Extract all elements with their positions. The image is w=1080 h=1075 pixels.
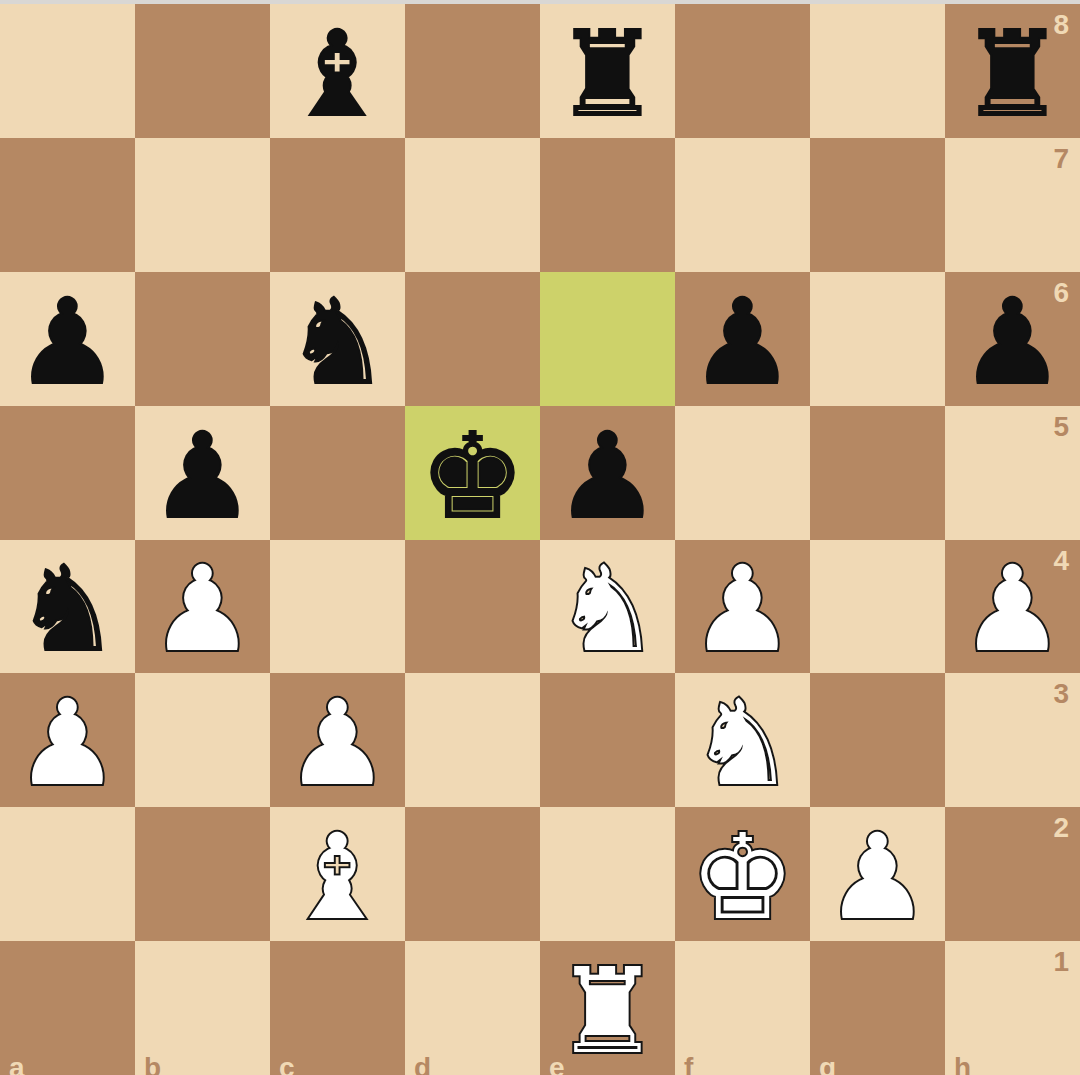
square-h5[interactable]: 5 [945,406,1080,540]
rank-label-1: 1 [1053,948,1069,976]
square-c8[interactable]: ♝ [270,4,405,138]
black-pawn-piece[interactable]: ♟ [150,417,256,535]
white-pawn-piece[interactable]: ♟ [15,684,121,802]
file-label-e: e [549,1054,565,1075]
file-label-b: b [144,1054,161,1075]
square-f5[interactable] [675,406,810,540]
square-e2[interactable] [540,807,675,941]
white-pawn-piece[interactable]: ♟ [285,684,391,802]
file-label-h: h [954,1054,971,1075]
square-a2[interactable] [0,807,135,941]
square-h4[interactable]: ♟4 [945,540,1080,674]
file-label-c: c [279,1054,295,1075]
square-c1[interactable]: c [270,941,405,1075]
square-h8[interactable]: ♜8 [945,4,1080,138]
square-f4[interactable]: ♟ [675,540,810,674]
square-e3[interactable] [540,673,675,807]
rank-label-4: 4 [1053,547,1069,575]
square-c5[interactable] [270,406,405,540]
square-h2[interactable]: 2 [945,807,1080,941]
square-d2[interactable] [405,807,540,941]
square-g7[interactable] [810,138,945,272]
black-pawn-piece[interactable]: ♟ [960,283,1066,401]
black-pawn-piece[interactable]: ♟ [690,283,796,401]
square-e5[interactable]: ♟ [540,406,675,540]
square-b4[interactable]: ♟ [135,540,270,674]
square-e1[interactable]: ♜e [540,941,675,1075]
square-g6[interactable] [810,272,945,406]
white-pawn-piece[interactable]: ♟ [825,818,931,936]
square-g3[interactable] [810,673,945,807]
rank-label-7: 7 [1053,145,1069,173]
square-c6[interactable]: ♞ [270,272,405,406]
square-b1[interactable]: b [135,941,270,1075]
square-c7[interactable] [270,138,405,272]
chess-board: ♝♜♜87♟♞♟♟6♟♚♟5♞♟♞♟♟4♟♟♞3♝♚♟2abcd♜efg1h [0,4,1080,1075]
square-a5[interactable] [0,406,135,540]
square-g1[interactable]: g [810,941,945,1075]
square-g2[interactable]: ♟ [810,807,945,941]
black-rook-piece[interactable]: ♜ [960,15,1066,133]
white-knight-piece[interactable]: ♞ [690,684,796,802]
square-d4[interactable] [405,540,540,674]
square-b2[interactable] [135,807,270,941]
rank-label-2: 2 [1053,814,1069,842]
square-c4[interactable] [270,540,405,674]
square-a1[interactable]: a [0,941,135,1075]
file-label-f: f [684,1054,693,1075]
black-pawn-piece[interactable]: ♟ [555,417,661,535]
square-d8[interactable] [405,4,540,138]
square-f8[interactable] [675,4,810,138]
rank-label-8: 8 [1053,11,1069,39]
white-pawn-piece[interactable]: ♟ [960,550,1066,668]
square-e7[interactable] [540,138,675,272]
square-f3[interactable]: ♞ [675,673,810,807]
square-b8[interactable] [135,4,270,138]
white-pawn-piece[interactable]: ♟ [690,550,796,668]
square-a3[interactable]: ♟ [0,673,135,807]
white-rook-piece[interactable]: ♜ [555,952,661,1070]
square-f7[interactable] [675,138,810,272]
rank-label-5: 5 [1053,413,1069,441]
file-label-g: g [819,1054,836,1075]
black-knight-piece[interactable]: ♞ [15,550,121,668]
square-g4[interactable] [810,540,945,674]
white-pawn-piece[interactable]: ♟ [150,550,256,668]
square-d3[interactable] [405,673,540,807]
square-b7[interactable] [135,138,270,272]
black-rook-piece[interactable]: ♜ [555,15,661,133]
square-g5[interactable] [810,406,945,540]
square-b3[interactable] [135,673,270,807]
black-pawn-piece[interactable]: ♟ [15,283,121,401]
square-d7[interactable] [405,138,540,272]
square-h7[interactable]: 7 [945,138,1080,272]
square-e8[interactable]: ♜ [540,4,675,138]
square-c3[interactable]: ♟ [270,673,405,807]
square-a7[interactable] [0,138,135,272]
square-h1[interactable]: 1h [945,941,1080,1075]
black-king-piece[interactable]: ♚ [420,417,526,535]
rank-label-6: 6 [1053,279,1069,307]
white-bishop-piece[interactable]: ♝ [285,818,391,936]
square-f2[interactable]: ♚ [675,807,810,941]
square-b5[interactable]: ♟ [135,406,270,540]
rank-label-3: 3 [1053,680,1069,708]
square-d6[interactable] [405,272,540,406]
square-e6[interactable] [540,272,675,406]
square-c2[interactable]: ♝ [270,807,405,941]
square-h6[interactable]: ♟6 [945,272,1080,406]
square-h3[interactable]: 3 [945,673,1080,807]
black-bishop-piece[interactable]: ♝ [285,15,391,133]
black-knight-piece[interactable]: ♞ [285,283,391,401]
square-a8[interactable] [0,4,135,138]
white-king-piece[interactable]: ♚ [690,818,796,936]
square-a4[interactable]: ♞ [0,540,135,674]
square-f6[interactable]: ♟ [675,272,810,406]
square-g8[interactable] [810,4,945,138]
square-b6[interactable] [135,272,270,406]
square-d1[interactable]: d [405,941,540,1075]
square-a6[interactable]: ♟ [0,272,135,406]
square-d5[interactable]: ♚ [405,406,540,540]
white-knight-piece[interactable]: ♞ [555,550,661,668]
file-label-a: a [9,1054,25,1075]
square-e4[interactable]: ♞ [540,540,675,674]
file-label-d: d [414,1054,431,1075]
square-f1[interactable]: f [675,941,810,1075]
